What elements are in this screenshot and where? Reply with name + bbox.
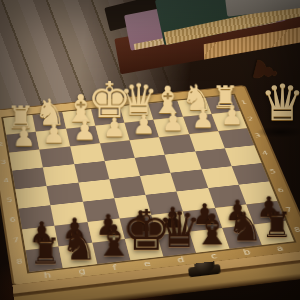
file-label-b: b	[242, 248, 251, 256]
square-h3[interactable]	[9, 149, 43, 170]
board-perspective-wrap: 12345678 12345678 hgfedcba ♜♞♝♚♛♝♞♜♟♟♟♟♟…	[0, 0, 300, 300]
square-g3[interactable]	[39, 146, 73, 167]
file-label-a: a	[275, 244, 284, 252]
square-f3[interactable]	[70, 143, 105, 164]
file-label-g: g	[78, 267, 87, 276]
square-f4[interactable]	[74, 161, 109, 183]
latch-clasp	[187, 253, 221, 280]
file-label-h: h	[43, 271, 51, 280]
rank-label-3: 3	[0, 159, 7, 165]
chess-set-photo: 12345678 12345678 hgfedcba ♜♞♝♚♛♝♞♜♟♟♟♟♟…	[0, 0, 300, 300]
file-label-d: d	[176, 256, 185, 264]
piece-wP-h2[interactable]: ♟	[0, 125, 59, 149]
board-frame: 12345678 12345678 hgfedcba ♜♞♝♚♛♝♞♜♟♟♟♟♟…	[0, 86, 300, 284]
square-g4[interactable]	[43, 164, 78, 186]
square-h8[interactable]: ♜	[26, 246, 64, 272]
rank-label-5: 5	[269, 168, 277, 175]
board-grid: ♜♞♝♚♛♝♞♜♟♟♟♟♟♟♟♟♟♟♟♟♟♟♟♟♜♞♝♚♛♝♞♜	[3, 95, 294, 272]
square-c4[interactable]	[165, 151, 201, 172]
square-d4[interactable]	[135, 155, 171, 176]
square-c5[interactable]	[171, 169, 208, 191]
piece-bR-h8[interactable]: ♜	[7, 236, 85, 268]
rank-label-4: 4	[3, 177, 10, 184]
rank-label-5: 5	[6, 196, 13, 203]
offboard-standing-piece[interactable]: ♛	[260, 78, 300, 128]
rank-label-4: 4	[261, 150, 269, 156]
file-label-f: f	[112, 263, 118, 271]
file-label-e: e	[143, 260, 152, 268]
